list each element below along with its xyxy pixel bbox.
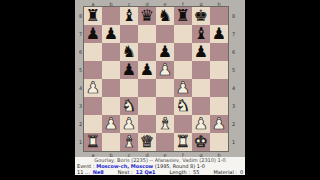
square-f4[interactable]: ♟ [174, 79, 192, 97]
square-b3[interactable] [102, 97, 120, 115]
letterbox-left [0, 0, 75, 180]
white-pawn: ♟ [210, 115, 228, 133]
square-f1[interactable]: ♜ [174, 133, 192, 151]
length-value: 55 [193, 169, 199, 175]
square-f8[interactable]: ♜ [174, 7, 192, 25]
square-a6[interactable] [84, 43, 102, 61]
square-d2[interactable] [138, 115, 156, 133]
rank-label: 5 [231, 61, 236, 79]
square-e6[interactable]: ♟ [156, 43, 174, 61]
square-f2[interactable] [174, 115, 192, 133]
square-b7[interactable]: ♟ [102, 25, 120, 43]
square-h4[interactable] [210, 79, 228, 97]
black-knight: ♞ [156, 7, 174, 25]
chess-board: ♜♝♛♞♜♚♟♟♝♟♞♟♟♟♟♟♟♟♞♞♟♟♝♟♟♜♝♛♜♚ [84, 7, 228, 151]
square-d8[interactable]: ♛ [138, 7, 156, 25]
black-pawn: ♟ [210, 25, 228, 43]
rank-label: 5 [78, 61, 83, 79]
square-e2[interactable]: ♝ [156, 115, 174, 133]
square-e7[interactable] [156, 25, 174, 43]
white-knight: ♞ [174, 97, 192, 115]
square-b8[interactable] [102, 7, 120, 25]
square-h2[interactable]: ♟ [210, 115, 228, 133]
last-move-link[interactable]: Ne8 [93, 169, 104, 175]
square-b1[interactable] [102, 133, 120, 151]
rank-label: 8 [78, 7, 83, 25]
white-pawn: ♟ [156, 61, 174, 79]
black-bishop: ♝ [192, 25, 210, 43]
square-e5[interactable]: ♟ [156, 61, 174, 79]
black-rook: ♜ [84, 7, 102, 25]
rank-label: 3 [78, 97, 83, 115]
square-d4[interactable] [138, 79, 156, 97]
black-pawn: ♟ [102, 25, 120, 43]
square-g5[interactable] [192, 61, 210, 79]
square-a5[interactable] [84, 61, 102, 79]
square-g3[interactable] [192, 97, 210, 115]
square-c1[interactable]: ♝ [120, 133, 138, 151]
square-g1[interactable]: ♚ [192, 133, 210, 151]
square-h3[interactable] [210, 97, 228, 115]
black-rook: ♜ [174, 7, 192, 25]
next-label: Next : [118, 169, 133, 175]
game-info-panel: Gourlay, Boris (2235) -- Afanasiev, Vadi… [75, 157, 245, 175]
square-h6[interactable] [210, 43, 228, 61]
rank-labels-left: 87654321 [78, 7, 83, 151]
square-h7[interactable]: ♟ [210, 25, 228, 43]
square-c6[interactable]: ♞ [120, 43, 138, 61]
square-h8[interactable] [210, 7, 228, 25]
square-e3[interactable] [156, 97, 174, 115]
square-d7[interactable] [138, 25, 156, 43]
white-king: ♚ [192, 133, 210, 151]
chess-app-frame: abcdefgh 87654321 87654321 ♜♝♛♞♜♚♟♟♝♟♞♟♟… [75, 0, 245, 175]
square-c3[interactable]: ♞ [120, 97, 138, 115]
white-bishop: ♝ [156, 115, 174, 133]
square-f5[interactable] [174, 61, 192, 79]
rank-label: 6 [78, 43, 83, 61]
square-h5[interactable] [210, 61, 228, 79]
black-pawn: ♟ [192, 43, 210, 61]
length-label: Length : [170, 169, 191, 175]
square-b6[interactable] [102, 43, 120, 61]
black-pawn: ♟ [120, 61, 138, 79]
square-a7[interactable]: ♟ [84, 25, 102, 43]
square-e1[interactable] [156, 133, 174, 151]
square-a1[interactable]: ♜ [84, 133, 102, 151]
rank-label: 1 [231, 133, 236, 151]
rank-label: 6 [231, 43, 236, 61]
square-d6[interactable] [138, 43, 156, 61]
rank-label: 4 [78, 79, 83, 97]
white-pawn: ♟ [102, 115, 120, 133]
square-f6[interactable] [174, 43, 192, 61]
letterbox-right [245, 0, 320, 180]
rank-label: 7 [78, 25, 83, 43]
move-status-line: 11 ...Ne8Next :12 Qe1Length :55Material … [75, 169, 245, 175]
rank-label: 2 [78, 115, 83, 133]
black-king: ♚ [192, 7, 210, 25]
square-d3[interactable] [138, 97, 156, 115]
black-pawn: ♟ [138, 61, 156, 79]
move-number: 11 ... [77, 169, 90, 175]
square-c8[interactable]: ♝ [120, 7, 138, 25]
square-g4[interactable] [192, 79, 210, 97]
square-g2[interactable]: ♟ [192, 115, 210, 133]
white-pawn: ♟ [84, 79, 102, 97]
square-h1[interactable] [210, 133, 228, 151]
square-g8[interactable]: ♚ [192, 7, 210, 25]
square-g6[interactable]: ♟ [192, 43, 210, 61]
square-d1[interactable]: ♛ [138, 133, 156, 151]
white-bishop: ♝ [120, 133, 138, 151]
white-rook: ♜ [84, 133, 102, 151]
square-a8[interactable]: ♜ [84, 7, 102, 25]
material-label: Material : [213, 169, 237, 175]
square-c2[interactable]: ♟ [120, 115, 138, 133]
white-queen: ♛ [138, 133, 156, 151]
square-c7[interactable] [120, 25, 138, 43]
material-value: 0 [240, 169, 243, 175]
rank-label: 3 [231, 97, 236, 115]
square-a2[interactable] [84, 115, 102, 133]
square-d5[interactable]: ♟ [138, 61, 156, 79]
white-rook: ♜ [174, 133, 192, 151]
rank-label: 7 [231, 25, 236, 43]
rank-label: 2 [231, 115, 236, 133]
rank-label: 1 [78, 133, 83, 151]
black-knight: ♞ [120, 43, 138, 61]
square-f7[interactable] [174, 25, 192, 43]
black-queen: ♛ [138, 7, 156, 25]
rank-labels-right: 87654321 [231, 7, 236, 151]
white-pawn: ♟ [120, 115, 138, 133]
square-c4[interactable] [120, 79, 138, 97]
black-bishop: ♝ [120, 7, 138, 25]
next-move-link[interactable]: 12 Qe1 [136, 169, 156, 175]
black-pawn: ♟ [84, 25, 102, 43]
square-f3[interactable]: ♞ [174, 97, 192, 115]
black-pawn: ♟ [156, 43, 174, 61]
white-pawn: ♟ [174, 79, 192, 97]
square-c5[interactable]: ♟ [120, 61, 138, 79]
rank-label: 4 [231, 79, 236, 97]
square-b2[interactable]: ♟ [102, 115, 120, 133]
square-b4[interactable] [102, 79, 120, 97]
square-a3[interactable] [84, 97, 102, 115]
rank-label: 8 [231, 7, 236, 25]
white-knight: ♞ [120, 97, 138, 115]
square-g7[interactable]: ♝ [192, 25, 210, 43]
square-e8[interactable]: ♞ [156, 7, 174, 25]
square-e4[interactable] [156, 79, 174, 97]
white-pawn: ♟ [192, 115, 210, 133]
square-a4[interactable]: ♟ [84, 79, 102, 97]
square-b5[interactable] [102, 61, 120, 79]
